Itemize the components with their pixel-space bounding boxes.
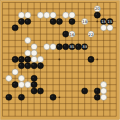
stone-black [31, 82, 37, 88]
stone-highlight [96, 89, 97, 90]
stone-white [31, 44, 37, 50]
move-number: 33 [82, 44, 87, 49]
stone-highlight [32, 77, 33, 78]
stone-white [63, 12, 69, 18]
stone-black [69, 18, 75, 24]
stone-black [12, 82, 18, 88]
stone-highlight [77, 45, 78, 46]
stone-white [44, 12, 50, 18]
stone-black [50, 18, 56, 24]
stone-black [56, 18, 62, 24]
stone-white [44, 44, 50, 50]
move-number: 22 [89, 32, 94, 37]
stone-white [12, 69, 18, 75]
stone-white [101, 25, 107, 31]
stone-white [18, 82, 24, 88]
go-board-svg: 2018131516223533 [0, 0, 120, 120]
stone-highlight [32, 89, 33, 90]
stone-highlight [96, 96, 97, 97]
stone-white [37, 12, 43, 18]
stone-highlight [89, 58, 90, 59]
stone-white [25, 82, 31, 88]
stone-highlight [20, 64, 21, 65]
move-number: 18 [82, 19, 87, 24]
stone-black [31, 75, 37, 81]
stone-highlight [32, 83, 33, 84]
stone-highlight [7, 96, 8, 97]
stone-black [18, 94, 24, 100]
stone-black [94, 88, 100, 94]
stone-white [50, 12, 56, 18]
stone-highlight [58, 45, 59, 46]
stone-highlight [26, 20, 27, 21]
star-point [58, 96, 60, 98]
stone-black [94, 94, 100, 100]
stone-highlight [26, 64, 27, 65]
stone-black [12, 25, 18, 31]
stone-highlight [64, 32, 65, 33]
star-point [58, 58, 60, 60]
star-point [96, 58, 98, 60]
stone-highlight [64, 45, 65, 46]
move-number: 20 [95, 6, 100, 11]
stone-black [6, 94, 12, 100]
stone-highlight [39, 64, 40, 65]
stone-black [18, 63, 24, 69]
stone-black [31, 88, 37, 94]
stone-black [63, 44, 69, 50]
stone-black [63, 31, 69, 37]
stone-highlight [20, 96, 21, 97]
stone-black [37, 88, 43, 94]
move-number: 15 [108, 19, 113, 24]
stone-highlight [26, 58, 27, 59]
stone-black [25, 18, 31, 24]
stone-highlight [20, 20, 21, 21]
stone-highlight [58, 20, 59, 21]
stone-highlight [32, 64, 33, 65]
stone-white [25, 12, 31, 18]
stone-highlight [13, 83, 14, 84]
stone-black [94, 12, 100, 18]
stone-white [18, 12, 24, 18]
stone-highlight [20, 58, 21, 59]
stone-highlight [70, 20, 71, 21]
stone-black [18, 56, 24, 62]
stone-black [88, 56, 94, 62]
stone-highlight [51, 96, 52, 97]
stone-black [50, 94, 56, 100]
stone-black [75, 44, 81, 50]
move-number: 13 [101, 19, 106, 24]
go-board[interactable]: 2018131516223533 [0, 0, 120, 120]
stone-white [25, 50, 31, 56]
stone-white [101, 88, 107, 94]
stone-white [107, 25, 113, 31]
stone-highlight [13, 26, 14, 27]
stone-black [37, 63, 43, 69]
stone-white [31, 56, 37, 62]
stone-white [101, 94, 107, 100]
move-number: 35 [70, 44, 75, 49]
stone-black [56, 44, 62, 50]
stone-highlight [96, 13, 97, 14]
star-point [96, 21, 98, 23]
stone-white [37, 56, 43, 62]
stone-white [18, 75, 24, 81]
stone-black [25, 63, 31, 69]
stone-highlight [51, 20, 52, 21]
stone-white [6, 75, 12, 81]
stone-black [18, 18, 24, 24]
stone-white [25, 37, 31, 43]
stone-white [101, 82, 107, 88]
stone-black [25, 56, 31, 62]
stone-white [50, 44, 56, 50]
go-app-screen: 2018131516223533 [0, 0, 120, 120]
stone-black [31, 63, 37, 69]
stone-highlight [39, 89, 40, 90]
stone-black [82, 88, 88, 94]
move-number: 16 [70, 32, 75, 37]
stone-highlight [83, 89, 84, 90]
stone-white [31, 50, 37, 56]
stone-white [69, 12, 75, 18]
stone-black [12, 56, 18, 62]
stone-highlight [13, 58, 14, 59]
